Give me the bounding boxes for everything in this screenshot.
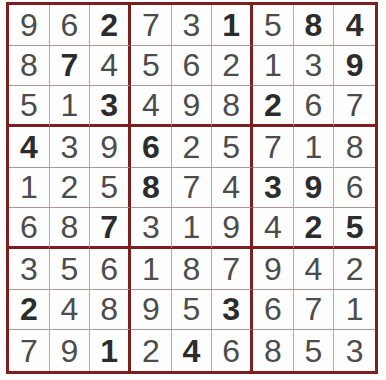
cell-r8c5[interactable]: 5	[172, 290, 213, 331]
cell-r7c3[interactable]: 6	[90, 249, 131, 290]
cell-r5c7[interactable]: 3	[253, 168, 294, 209]
cell-r7c4[interactable]: 1	[131, 249, 172, 290]
cell-r2c9[interactable]: 9	[334, 46, 375, 87]
cell-r6c9[interactable]: 5	[334, 208, 375, 249]
cell-r3c7[interactable]: 2	[253, 86, 294, 127]
cell-r5c1[interactable]: 1	[9, 168, 50, 209]
cell-r2c8[interactable]: 3	[294, 46, 335, 87]
cell-r7c6[interactable]: 7	[212, 249, 253, 290]
cell-r4c2[interactable]: 3	[50, 127, 91, 168]
cell-r4c3[interactable]: 9	[90, 127, 131, 168]
cell-r5c5[interactable]: 7	[172, 168, 213, 209]
cell-r8c2[interactable]: 4	[50, 290, 91, 331]
cell-r4c5[interactable]: 2	[172, 127, 213, 168]
cell-r5c4[interactable]: 8	[131, 168, 172, 209]
cell-r9c8[interactable]: 5	[294, 330, 335, 371]
cell-r8c4[interactable]: 9	[131, 290, 172, 331]
cell-r9c7[interactable]: 8	[253, 330, 294, 371]
cell-r4c6[interactable]: 5	[212, 127, 253, 168]
cell-r8c8[interactable]: 7	[294, 290, 335, 331]
cell-r9c4[interactable]: 2	[131, 330, 172, 371]
cell-r2c6[interactable]: 2	[212, 46, 253, 87]
cell-r9c6[interactable]: 6	[212, 330, 253, 371]
cell-r3c9[interactable]: 7	[334, 86, 375, 127]
cell-r1c5[interactable]: 3	[172, 5, 213, 46]
cell-r6c8[interactable]: 2	[294, 208, 335, 249]
cell-r1c8[interactable]: 8	[294, 5, 335, 46]
cell-r6c7[interactable]: 4	[253, 208, 294, 249]
sudoku-board: 9627315848745621395134982674396257181258…	[6, 2, 378, 374]
cell-r6c3[interactable]: 7	[90, 208, 131, 249]
cell-r9c5[interactable]: 4	[172, 330, 213, 371]
cell-r7c8[interactable]: 4	[294, 249, 335, 290]
cell-r8c3[interactable]: 8	[90, 290, 131, 331]
cell-r7c5[interactable]: 8	[172, 249, 213, 290]
cell-r5c2[interactable]: 2	[50, 168, 91, 209]
cell-r2c7[interactable]: 1	[253, 46, 294, 87]
cell-r3c4[interactable]: 4	[131, 86, 172, 127]
cell-r1c4[interactable]: 7	[131, 5, 172, 46]
cell-r7c1[interactable]: 3	[9, 249, 50, 290]
cell-r7c7[interactable]: 9	[253, 249, 294, 290]
cell-r1c9[interactable]: 4	[334, 5, 375, 46]
cell-r5c8[interactable]: 9	[294, 168, 335, 209]
cell-r2c3[interactable]: 4	[90, 46, 131, 87]
cell-r3c6[interactable]: 8	[212, 86, 253, 127]
cell-r9c1[interactable]: 7	[9, 330, 50, 371]
cell-r6c2[interactable]: 8	[50, 208, 91, 249]
cell-r9c9[interactable]: 3	[334, 330, 375, 371]
cell-r7c2[interactable]: 5	[50, 249, 91, 290]
cell-r9c3[interactable]: 1	[90, 330, 131, 371]
cell-r8c1[interactable]: 2	[9, 290, 50, 331]
cell-r1c7[interactable]: 5	[253, 5, 294, 46]
sudoku-page: 9627315848745621395134982674396257181258…	[0, 0, 386, 380]
cell-r3c2[interactable]: 1	[50, 86, 91, 127]
cell-r4c9[interactable]: 8	[334, 127, 375, 168]
cell-r3c5[interactable]: 9	[172, 86, 213, 127]
cell-r8c6[interactable]: 3	[212, 290, 253, 331]
cell-r1c2[interactable]: 6	[50, 5, 91, 46]
cell-r4c7[interactable]: 7	[253, 127, 294, 168]
cell-r4c4[interactable]: 6	[131, 127, 172, 168]
cell-r3c8[interactable]: 6	[294, 86, 335, 127]
cell-r5c6[interactable]: 4	[212, 168, 253, 209]
cell-r6c1[interactable]: 6	[9, 208, 50, 249]
cell-r7c9[interactable]: 2	[334, 249, 375, 290]
cell-r4c1[interactable]: 4	[9, 127, 50, 168]
cell-r8c7[interactable]: 6	[253, 290, 294, 331]
cell-r9c2[interactable]: 9	[50, 330, 91, 371]
cell-r3c1[interactable]: 5	[9, 86, 50, 127]
cell-r1c6[interactable]: 1	[212, 5, 253, 46]
cell-r2c4[interactable]: 5	[131, 46, 172, 87]
cell-r4c8[interactable]: 1	[294, 127, 335, 168]
cell-r2c5[interactable]: 6	[172, 46, 213, 87]
cell-r1c3[interactable]: 2	[90, 5, 131, 46]
cell-r2c1[interactable]: 8	[9, 46, 50, 87]
cell-r5c3[interactable]: 5	[90, 168, 131, 209]
cell-r5c9[interactable]: 6	[334, 168, 375, 209]
cell-r8c9[interactable]: 1	[334, 290, 375, 331]
cell-r6c5[interactable]: 1	[172, 208, 213, 249]
cell-r6c4[interactable]: 3	[131, 208, 172, 249]
cell-r2c2[interactable]: 7	[50, 46, 91, 87]
cell-r3c3[interactable]: 3	[90, 86, 131, 127]
cell-r6c6[interactable]: 9	[212, 208, 253, 249]
cell-r1c1[interactable]: 9	[9, 5, 50, 46]
